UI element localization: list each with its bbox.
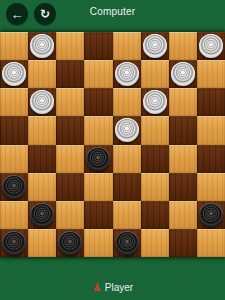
square-r1c2[interactable] — [56, 60, 84, 88]
square-r4c3[interactable] — [84, 145, 112, 173]
square-r1c5 — [141, 60, 169, 88]
square-r0c2 — [56, 32, 84, 60]
white-piece[interactable] — [199, 34, 223, 58]
square-r6c3[interactable] — [84, 201, 112, 229]
black-piece[interactable] — [2, 231, 26, 255]
square-r7c7 — [197, 229, 225, 257]
square-r3c4[interactable] — [113, 116, 141, 144]
square-r3c1 — [28, 116, 56, 144]
square-r4c5[interactable] — [141, 145, 169, 173]
square-r6c4 — [113, 201, 141, 229]
square-r4c1[interactable] — [28, 145, 56, 173]
square-r7c1 — [28, 229, 56, 257]
black-piece[interactable] — [86, 147, 110, 171]
square-r5c3 — [84, 173, 112, 201]
square-r1c6[interactable] — [169, 60, 197, 88]
square-r1c0[interactable] — [0, 60, 28, 88]
black-piece[interactable] — [199, 203, 223, 227]
opponent-title: Computer — [0, 6, 225, 17]
square-r0c0 — [0, 32, 28, 60]
square-r4c2 — [56, 145, 84, 173]
square-r7c5 — [141, 229, 169, 257]
white-piece[interactable] — [2, 62, 26, 86]
square-r2c7[interactable] — [197, 88, 225, 116]
square-r3c6[interactable] — [169, 116, 197, 144]
square-r3c7 — [197, 116, 225, 144]
square-r1c7 — [197, 60, 225, 88]
square-r2c2 — [56, 88, 84, 116]
square-r3c2[interactable] — [56, 116, 84, 144]
square-r5c2[interactable] — [56, 173, 84, 201]
square-r5c5 — [141, 173, 169, 201]
white-piece[interactable] — [115, 118, 139, 142]
square-r2c1[interactable] — [28, 88, 56, 116]
player-bar: ♟ Player — [0, 282, 225, 293]
square-r5c6[interactable] — [169, 173, 197, 201]
square-r2c6 — [169, 88, 197, 116]
square-r2c3[interactable] — [84, 88, 112, 116]
black-piece[interactable] — [30, 203, 54, 227]
square-r3c3 — [84, 116, 112, 144]
square-r2c0 — [0, 88, 28, 116]
black-piece[interactable] — [2, 175, 26, 199]
square-r1c3 — [84, 60, 112, 88]
square-r1c4[interactable] — [113, 60, 141, 88]
square-r7c6[interactable] — [169, 229, 197, 257]
player-label: Player — [105, 282, 133, 293]
top-bar: ← ↻ Computer — [0, 0, 225, 30]
white-piece[interactable] — [143, 90, 167, 114]
square-r0c5[interactable] — [141, 32, 169, 60]
white-piece[interactable] — [30, 34, 54, 58]
black-piece[interactable] — [58, 231, 82, 255]
square-r5c7 — [197, 173, 225, 201]
black-piece[interactable] — [115, 231, 139, 255]
square-r6c0 — [0, 201, 28, 229]
white-piece[interactable] — [115, 62, 139, 86]
square-r2c4 — [113, 88, 141, 116]
player-pawn-icon: ♟ — [92, 282, 102, 293]
square-r0c7[interactable] — [197, 32, 225, 60]
square-r6c1[interactable] — [28, 201, 56, 229]
square-r1c1 — [28, 60, 56, 88]
square-r7c4[interactable] — [113, 229, 141, 257]
square-r2c5[interactable] — [141, 88, 169, 116]
square-r7c2[interactable] — [56, 229, 84, 257]
square-r4c4 — [113, 145, 141, 173]
checkers-app: ← ↻ Computer ♟ Player — [0, 0, 225, 300]
square-r0c1[interactable] — [28, 32, 56, 60]
square-r6c6 — [169, 201, 197, 229]
checkers-board — [0, 32, 225, 257]
square-r4c7[interactable] — [197, 145, 225, 173]
square-r5c4[interactable] — [113, 173, 141, 201]
square-r0c3[interactable] — [84, 32, 112, 60]
square-r7c0[interactable] — [0, 229, 28, 257]
square-r6c7[interactable] — [197, 201, 225, 229]
square-r3c0[interactable] — [0, 116, 28, 144]
square-r5c0[interactable] — [0, 173, 28, 201]
white-piece[interactable] — [171, 62, 195, 86]
square-r4c0 — [0, 145, 28, 173]
square-r0c4 — [113, 32, 141, 60]
square-r4c6 — [169, 145, 197, 173]
white-piece[interactable] — [143, 34, 167, 58]
square-r6c5[interactable] — [141, 201, 169, 229]
square-r6c2 — [56, 201, 84, 229]
square-r0c6 — [169, 32, 197, 60]
square-r7c3 — [84, 229, 112, 257]
square-r5c1 — [28, 173, 56, 201]
square-r3c5 — [141, 116, 169, 144]
white-piece[interactable] — [30, 90, 54, 114]
